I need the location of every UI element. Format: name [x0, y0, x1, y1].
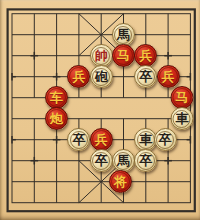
piece-red-soldier[interactable]: 兵	[67, 65, 90, 88]
piece-ivory-soldier[interactable]: 卒	[67, 128, 90, 151]
piece-red-soldier[interactable]: 兵	[90, 128, 113, 151]
piece-red-horse[interactable]: 马	[112, 44, 135, 67]
piece-label: 卒	[159, 133, 172, 146]
piece-ivory-horse[interactable]: 馬	[112, 149, 135, 172]
piece-label: 兵	[139, 49, 152, 62]
piece-label: 馬	[117, 154, 130, 167]
piece-label: 兵	[95, 133, 108, 146]
piece-red-horse[interactable]: 马	[170, 86, 193, 109]
piece-label: 卒	[139, 154, 152, 167]
piece-ivory-soldier[interactable]: 卒	[90, 149, 113, 172]
piece-red-soldier[interactable]: 兵	[134, 44, 157, 67]
pieces-layer: 馬帥马兵兵砲卒兵车马炮車卒兵車卒卒馬卒将	[1, 3, 200, 213]
piece-label: 卒	[95, 154, 108, 167]
xiangqi-board-screen: 馬帥马兵兵砲卒兵车马炮車卒兵車卒卒馬卒将	[0, 0, 200, 220]
piece-ivory-horse[interactable]: 馬	[112, 23, 135, 46]
piece-label: 砲	[95, 70, 108, 83]
piece-label: 卒	[72, 133, 85, 146]
piece-label: 马	[117, 49, 130, 62]
piece-label: 兵	[162, 70, 175, 83]
piece-ivory-general[interactable]: 帥	[90, 44, 113, 67]
piece-label: 帥	[95, 49, 108, 62]
piece-ivory-soldier[interactable]: 卒	[134, 65, 157, 88]
piece-label: 車	[139, 133, 152, 146]
piece-red-cannon[interactable]: 炮	[45, 107, 68, 130]
piece-label: 马	[175, 91, 188, 104]
piece-label: 兵	[72, 70, 85, 83]
piece-label: 卒	[139, 70, 152, 83]
piece-ivory-cannon[interactable]: 砲	[90, 65, 113, 88]
piece-ivory-soldier[interactable]: 卒	[154, 128, 177, 151]
piece-red-chariot[interactable]: 车	[45, 86, 68, 109]
piece-ivory-soldier[interactable]: 卒	[134, 149, 157, 172]
piece-label: 将	[114, 175, 127, 188]
piece-red-soldier[interactable]: 兵	[157, 65, 180, 88]
piece-ivory-chariot[interactable]: 車	[170, 107, 193, 130]
piece-label: 馬	[117, 28, 130, 41]
piece-label: 車	[175, 112, 188, 125]
piece-label: 炮	[50, 112, 63, 125]
piece-label: 车	[50, 91, 63, 104]
piece-red-general[interactable]: 将	[109, 170, 132, 193]
